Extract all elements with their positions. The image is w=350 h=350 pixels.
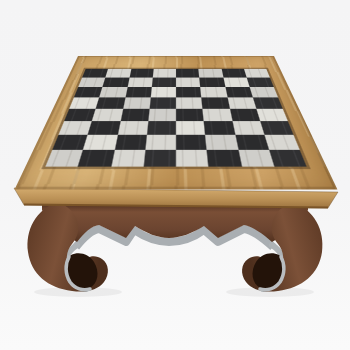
square-b3 — [88, 121, 120, 135]
square-h3 — [260, 121, 294, 135]
square-f4 — [203, 109, 232, 121]
square-e1 — [176, 150, 209, 167]
square-f2 — [205, 135, 237, 150]
square-b6 — [99, 87, 127, 97]
square-b2 — [83, 135, 117, 150]
square-c1 — [111, 150, 145, 167]
square-b4 — [92, 109, 123, 121]
product-photo — [0, 0, 350, 350]
square-f7 — [199, 78, 224, 88]
square-d2 — [145, 135, 176, 150]
square-a6 — [74, 87, 103, 97]
square-g8 — [221, 69, 246, 78]
square-e7 — [176, 78, 200, 88]
square-a8 — [82, 69, 108, 78]
square-e6 — [176, 87, 202, 97]
square-f3 — [204, 121, 235, 135]
square-g5 — [227, 97, 256, 108]
square-a4 — [64, 109, 96, 121]
square-d1 — [143, 150, 176, 167]
square-d8 — [153, 69, 176, 78]
square-g1 — [238, 150, 274, 167]
square-g6 — [225, 87, 253, 97]
square-a2 — [52, 135, 88, 150]
square-d7 — [152, 78, 176, 88]
square-b8 — [106, 69, 131, 78]
square-d3 — [147, 121, 176, 135]
square-f6 — [200, 87, 227, 97]
square-c6 — [125, 87, 152, 97]
square-e3 — [176, 121, 205, 135]
square-f8 — [199, 69, 223, 78]
square-g3 — [232, 121, 264, 135]
square-c2 — [114, 135, 146, 150]
square-g2 — [235, 135, 269, 150]
square-c3 — [117, 121, 148, 135]
square-d4 — [148, 109, 176, 121]
square-b1 — [78, 150, 114, 167]
square-e5 — [176, 97, 203, 108]
square-e8 — [176, 69, 199, 78]
square-g4 — [229, 109, 260, 121]
square-c5 — [123, 97, 151, 108]
square-h4 — [256, 109, 288, 121]
square-d6 — [150, 87, 176, 97]
square-g7 — [223, 78, 249, 88]
square-a3 — [59, 121, 93, 135]
square-a5 — [69, 97, 99, 108]
square-h8 — [244, 69, 270, 78]
square-c7 — [127, 78, 152, 88]
square-d5 — [149, 97, 176, 108]
square-f1 — [207, 150, 241, 167]
apron — [42, 202, 308, 242]
square-c4 — [120, 109, 149, 121]
square-b5 — [96, 97, 125, 108]
square-b7 — [103, 78, 129, 88]
square-e2 — [176, 135, 207, 150]
square-h1 — [269, 150, 307, 167]
square-a7 — [78, 78, 105, 88]
square-h6 — [249, 87, 278, 97]
square-f5 — [202, 97, 230, 108]
square-c8 — [129, 69, 153, 78]
square-h2 — [264, 135, 300, 150]
chess-board — [45, 69, 306, 167]
square-h5 — [253, 97, 283, 108]
square-e4 — [176, 109, 204, 121]
square-h7 — [246, 78, 273, 88]
